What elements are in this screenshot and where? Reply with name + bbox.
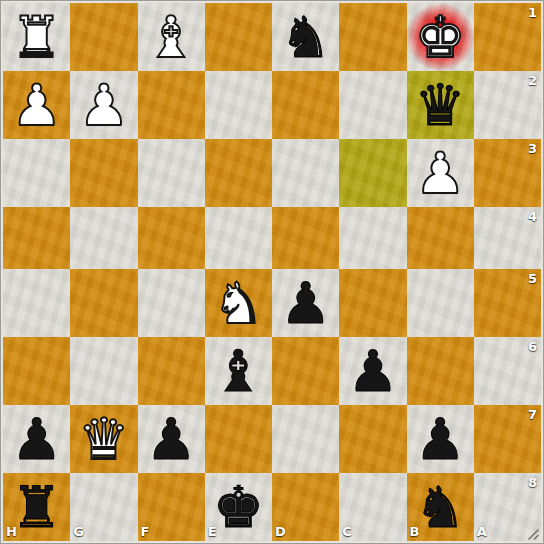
board-frame: ♜♝♞♚1♟♟♛2♟34♞♟5♝♟6♟♛♟♟7♜HGF♚EDC♞BA8: [0, 0, 544, 544]
white-pawn[interactable]: ♟: [415, 139, 466, 207]
black-bishop[interactable]: ♝: [213, 337, 264, 405]
white-king[interactable]: ♚: [415, 3, 466, 71]
black-king[interactable]: ♚: [213, 473, 264, 541]
square-a4[interactable]: 4: [474, 207, 541, 269]
square-c1[interactable]: [339, 3, 406, 71]
square-d1[interactable]: ♞: [272, 3, 339, 71]
file-label-a: A: [477, 524, 487, 539]
rank-label-2: 2: [528, 73, 537, 88]
square-g4[interactable]: [70, 207, 137, 269]
square-a2[interactable]: 2: [474, 71, 541, 139]
square-e4[interactable]: [205, 207, 272, 269]
black-pawn[interactable]: ♟: [415, 405, 466, 473]
square-a5[interactable]: 5: [474, 269, 541, 337]
square-f5[interactable]: [138, 269, 205, 337]
square-e7[interactable]: [205, 405, 272, 473]
rank-label-3: 3: [528, 141, 537, 156]
white-rook[interactable]: ♜: [11, 3, 62, 71]
square-e5[interactable]: ♞: [205, 269, 272, 337]
white-queen[interactable]: ♛: [78, 405, 129, 473]
square-f1[interactable]: ♝: [138, 3, 205, 71]
black-rook[interactable]: ♜: [11, 473, 62, 541]
square-c2[interactable]: [339, 71, 406, 139]
square-f2[interactable]: [138, 71, 205, 139]
square-a6[interactable]: 6: [474, 337, 541, 405]
square-c5[interactable]: [339, 269, 406, 337]
black-queen[interactable]: ♛: [415, 71, 466, 139]
square-f4[interactable]: [138, 207, 205, 269]
square-h6[interactable]: [3, 337, 70, 405]
square-h2[interactable]: ♟: [3, 71, 70, 139]
black-pawn[interactable]: ♟: [11, 405, 62, 473]
chess-board: ♜♝♞♚1♟♟♛2♟34♞♟5♝♟6♟♛♟♟7♜HGF♚EDC♞BA8: [3, 3, 541, 541]
square-b6[interactable]: [407, 337, 474, 405]
rank-label-8: 8: [528, 475, 537, 490]
square-e1[interactable]: [205, 3, 272, 71]
square-d3[interactable]: [272, 139, 339, 207]
square-c4[interactable]: [339, 207, 406, 269]
square-d5[interactable]: ♟: [272, 269, 339, 337]
board-resize-handle-icon[interactable]: [526, 526, 540, 540]
square-g8[interactable]: G: [70, 473, 137, 541]
square-d8[interactable]: D: [272, 473, 339, 541]
square-e2[interactable]: [205, 71, 272, 139]
file-label-f: F: [141, 524, 150, 539]
square-c8[interactable]: C: [339, 473, 406, 541]
square-e8[interactable]: ♚E: [205, 473, 272, 541]
file-label-d: D: [275, 524, 286, 539]
square-d4[interactable]: [272, 207, 339, 269]
square-e6[interactable]: ♝: [205, 337, 272, 405]
rank-label-1: 1: [528, 5, 537, 20]
black-knight[interactable]: ♞: [280, 3, 331, 71]
square-g1[interactable]: [70, 3, 137, 71]
square-a7[interactable]: 7: [474, 405, 541, 473]
square-f3[interactable]: [138, 139, 205, 207]
white-bishop[interactable]: ♝: [146, 3, 197, 71]
square-b5[interactable]: [407, 269, 474, 337]
black-pawn[interactable]: ♟: [347, 337, 398, 405]
square-c6[interactable]: ♟: [339, 337, 406, 405]
square-h5[interactable]: [3, 269, 70, 337]
square-d2[interactable]: [272, 71, 339, 139]
square-e3[interactable]: [205, 139, 272, 207]
black-pawn[interactable]: ♟: [280, 269, 331, 337]
black-knight[interactable]: ♞: [415, 473, 466, 541]
square-h4[interactable]: [3, 207, 70, 269]
rank-label-5: 5: [528, 271, 537, 286]
square-g3[interactable]: [70, 139, 137, 207]
square-b2[interactable]: ♛: [407, 71, 474, 139]
white-pawn[interactable]: ♟: [11, 71, 62, 139]
square-g7[interactable]: ♛: [70, 405, 137, 473]
white-pawn[interactable]: ♟: [78, 71, 129, 139]
square-h7[interactable]: ♟: [3, 405, 70, 473]
square-a1[interactable]: 1: [474, 3, 541, 71]
square-c7[interactable]: [339, 405, 406, 473]
rank-label-7: 7: [528, 407, 537, 422]
square-c3[interactable]: [339, 139, 406, 207]
square-h1[interactable]: ♜: [3, 3, 70, 71]
square-d7[interactable]: [272, 405, 339, 473]
rank-label-6: 6: [528, 339, 537, 354]
square-f8[interactable]: F: [138, 473, 205, 541]
square-f6[interactable]: [138, 337, 205, 405]
square-b1[interactable]: ♚: [407, 3, 474, 71]
square-g5[interactable]: [70, 269, 137, 337]
rank-label-4: 4: [528, 209, 537, 224]
black-pawn[interactable]: ♟: [146, 405, 197, 473]
square-b8[interactable]: ♞B: [407, 473, 474, 541]
square-a3[interactable]: 3: [474, 139, 541, 207]
square-b7[interactable]: ♟: [407, 405, 474, 473]
file-label-c: C: [342, 524, 352, 539]
square-d6[interactable]: [272, 337, 339, 405]
square-h3[interactable]: [3, 139, 70, 207]
white-knight[interactable]: ♞: [213, 269, 264, 337]
square-g6[interactable]: [70, 337, 137, 405]
square-g2[interactable]: ♟: [70, 71, 137, 139]
square-b4[interactable]: [407, 207, 474, 269]
square-b3[interactable]: ♟: [407, 139, 474, 207]
file-label-g: G: [73, 524, 84, 539]
square-f7[interactable]: ♟: [138, 405, 205, 473]
square-h8[interactable]: ♜H: [3, 473, 70, 541]
